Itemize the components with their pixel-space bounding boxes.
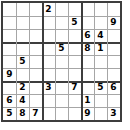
cell-r7c1[interactable] (3, 81, 17, 95)
cell-r5c5[interactable] (55, 55, 69, 69)
cell-r5c8[interactable] (94, 55, 108, 69)
cell-r2c9[interactable]: 9 (107, 16, 120, 30)
cell-r2c8[interactable] (94, 16, 108, 30)
cell-r2c4[interactable] (42, 16, 56, 30)
cell-r2c1[interactable] (3, 16, 17, 30)
sudoku-board-wrapper: 25964581592375664158793 (0, 0, 130, 123)
cell-r4c4[interactable] (42, 42, 56, 56)
cell-r7c5[interactable] (55, 81, 69, 95)
cell-r4c7[interactable]: 8 (81, 42, 95, 56)
cell-r5c7[interactable] (81, 55, 95, 69)
cell-r2c5[interactable] (55, 16, 69, 30)
cell-r4c2[interactable] (16, 42, 30, 56)
cell-r9c4[interactable] (42, 107, 56, 120)
cell-r8c1[interactable]: 6 (3, 94, 17, 108)
cell-r8c9[interactable] (107, 94, 120, 108)
cell-r9c1[interactable]: 5 (3, 107, 17, 120)
cell-r5c1[interactable] (3, 55, 17, 69)
cell-r8c2[interactable]: 4 (16, 94, 30, 108)
cell-r5c4[interactable] (42, 55, 56, 69)
cell-r8c7[interactable]: 1 (81, 94, 95, 108)
cell-r4c8[interactable]: 1 (94, 42, 108, 56)
cell-r1c9[interactable] (107, 3, 120, 17)
cell-r7c9[interactable]: 6 (107, 81, 120, 95)
cell-r7c7[interactable] (81, 81, 95, 95)
cell-r4c1[interactable] (3, 42, 17, 56)
cell-r9c2[interactable]: 8 (16, 107, 30, 120)
cell-r5c9[interactable] (107, 55, 120, 69)
cell-r4c5[interactable]: 5 (55, 42, 69, 56)
cell-r8c5[interactable] (55, 94, 69, 108)
cell-r8c8[interactable] (94, 94, 108, 108)
cell-r9c5[interactable] (55, 107, 69, 120)
cell-r9c9[interactable]: 3 (107, 107, 120, 120)
cell-r1c5[interactable] (55, 3, 69, 17)
cell-r1c8[interactable] (94, 3, 108, 17)
sudoku-board: 25964581592375664158793 (1, 1, 122, 122)
cell-r9c7[interactable]: 9 (81, 107, 95, 120)
cell-r2c2[interactable] (16, 16, 30, 30)
cell-r1c7[interactable] (81, 3, 95, 17)
cell-r7c4[interactable]: 3 (42, 81, 56, 95)
cell-r5c2[interactable]: 5 (16, 55, 30, 69)
cell-r8c4[interactable] (42, 94, 56, 108)
cell-r1c2[interactable] (16, 3, 30, 17)
cell-r1c1[interactable] (3, 3, 17, 17)
cell-r1c4[interactable]: 2 (42, 3, 56, 17)
cell-r7c8[interactable]: 5 (94, 81, 108, 95)
cell-r9c8[interactable] (94, 107, 108, 120)
cell-r4c9[interactable] (107, 42, 120, 56)
cell-r2c7[interactable] (81, 16, 95, 30)
cell-r7c2[interactable]: 2 (16, 81, 30, 95)
